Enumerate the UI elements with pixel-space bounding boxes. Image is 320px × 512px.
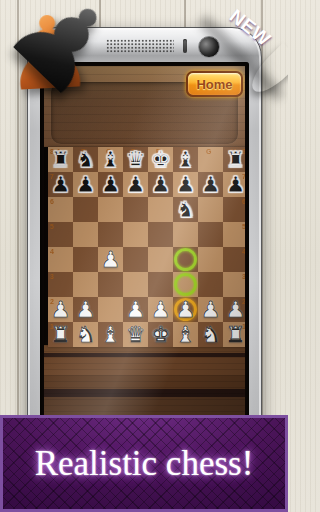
piece-black-knight-f6[interactable]: ♞: [173, 197, 198, 222]
piece-black-pawn-d7[interactable]: ♟: [123, 172, 148, 197]
square-g8[interactable]: G: [198, 147, 223, 172]
square-e6[interactable]: [148, 197, 173, 222]
square-c2[interactable]: [98, 297, 123, 322]
square-c1[interactable]: ♝: [98, 322, 123, 347]
coordinate-label: 4: [242, 248, 245, 255]
coordinate-label: 6: [242, 198, 245, 205]
square-d5[interactable]: [123, 222, 148, 247]
piece-white-bishop-f1[interactable]: ♝: [173, 322, 198, 347]
square-c3[interactable]: [98, 272, 123, 297]
square-f7[interactable]: ♟: [173, 172, 198, 197]
square-f5[interactable]: [173, 222, 198, 247]
square-h8[interactable]: 8H♜: [223, 147, 245, 172]
square-b1[interactable]: ♞: [73, 322, 98, 347]
piece-white-knight-g1[interactable]: ♞: [198, 322, 223, 347]
square-g7[interactable]: ♟: [198, 172, 223, 197]
square-c8[interactable]: C♝: [98, 147, 123, 172]
square-e1[interactable]: ♚: [148, 322, 173, 347]
square-c6[interactable]: [98, 197, 123, 222]
square-d2[interactable]: ♟: [123, 297, 148, 322]
promo-screenshot: { "game": "chess", "ribbon": { "label": …: [0, 0, 288, 512]
piece-black-pawn-c7[interactable]: ♟: [98, 172, 123, 197]
square-e7[interactable]: ♟: [148, 172, 173, 197]
piece-black-rook-a8[interactable]: ♜: [48, 147, 73, 172]
piece-white-pawn-b2[interactable]: ♟: [73, 297, 98, 322]
chess-board[interactable]: 8A♜B♞C♝D♛E♚F♝G8H♜7♟♟♟♟♟♟♟7♟6♞6554♟4332♟♟…: [48, 147, 245, 347]
piece-black-pawn-a7[interactable]: ♟: [48, 172, 73, 197]
piece-white-pawn-a2[interactable]: ♟: [48, 297, 73, 322]
piece-white-knight-b1[interactable]: ♞: [73, 322, 98, 347]
square-g2[interactable]: ♟: [198, 297, 223, 322]
piece-white-pawn-c4[interactable]: ♟: [98, 247, 123, 272]
square-a8[interactable]: 8A♜: [48, 147, 73, 172]
piece-black-pawn-f7[interactable]: ♟: [173, 172, 198, 197]
square-b6[interactable]: [73, 197, 98, 222]
square-d1[interactable]: ♛: [123, 322, 148, 347]
sensor-slot-icon: [183, 39, 187, 53]
square-b3[interactable]: [73, 272, 98, 297]
coordinate-label: 6: [50, 198, 54, 205]
square-b4[interactable]: [73, 247, 98, 272]
square-c5[interactable]: [98, 222, 123, 247]
square-f2[interactable]: ♟: [173, 297, 198, 322]
square-a1[interactable]: 1♜: [48, 322, 73, 347]
piece-white-pawn-d2[interactable]: ♟: [123, 297, 148, 322]
square-g6[interactable]: [198, 197, 223, 222]
square-a4[interactable]: 4: [48, 247, 73, 272]
square-a2[interactable]: 2♟: [48, 297, 73, 322]
piece-white-rook-h1[interactable]: ♜: [223, 322, 245, 347]
square-g1[interactable]: ♞: [198, 322, 223, 347]
square-a5[interactable]: 5: [48, 222, 73, 247]
piece-white-queen-d1[interactable]: ♛: [123, 322, 148, 347]
piece-white-king-e1[interactable]: ♚: [148, 322, 173, 347]
square-h5[interactable]: 5: [223, 222, 245, 247]
square-f6[interactable]: ♞: [173, 197, 198, 222]
piece-black-king-e8[interactable]: ♚: [148, 147, 173, 172]
square-d4[interactable]: [123, 247, 148, 272]
piece-white-pawn-h2[interactable]: ♟: [223, 297, 245, 322]
new-ribbon: NEW: [208, 0, 288, 82]
coordinate-label: 5: [50, 223, 54, 230]
caption-text: Realistic chess!: [35, 444, 254, 484]
square-e8[interactable]: E♚: [148, 147, 173, 172]
square-e2[interactable]: ♟: [148, 297, 173, 322]
piece-black-bishop-f8[interactable]: ♝: [173, 147, 198, 172]
piece-white-bishop-c1[interactable]: ♝: [98, 322, 123, 347]
square-h3[interactable]: 3: [223, 272, 245, 297]
square-d3[interactable]: [123, 272, 148, 297]
coordinate-label: 4: [50, 248, 54, 255]
square-h2[interactable]: 2♟: [223, 297, 245, 322]
square-c7[interactable]: ♟: [98, 172, 123, 197]
speaker-grille-icon: [106, 39, 174, 53]
square-g5[interactable]: [198, 222, 223, 247]
piece-black-pawn-g7[interactable]: ♟: [198, 172, 223, 197]
coordinate-label: G: [206, 148, 211, 155]
coordinate-label: 3: [242, 273, 245, 280]
square-b5[interactable]: [73, 222, 98, 247]
piece-white-pawn-e2[interactable]: ♟: [148, 297, 173, 322]
square-a7[interactable]: 7♟: [48, 172, 73, 197]
piece-white-pawn-f2[interactable]: ♟: [173, 297, 198, 322]
square-f1[interactable]: ♝: [173, 322, 198, 347]
square-h1[interactable]: 1♜: [223, 322, 245, 347]
move-target-highlight[interactable]: [174, 248, 197, 271]
piece-white-pawn-g2[interactable]: ♟: [198, 297, 223, 322]
square-b7[interactable]: ♟: [73, 172, 98, 197]
piece-black-queen-d8[interactable]: ♛: [123, 147, 148, 172]
piece-black-knight-b8[interactable]: ♞: [73, 147, 98, 172]
square-e4[interactable]: [148, 247, 173, 272]
piece-black-pawn-h7[interactable]: ♟: [223, 172, 245, 197]
square-g4[interactable]: [198, 247, 223, 272]
square-f8[interactable]: F♝: [173, 147, 198, 172]
square-d8[interactable]: D♛: [123, 147, 148, 172]
square-c4[interactable]: ♟: [98, 247, 123, 272]
square-f4[interactable]: [173, 247, 198, 272]
piece-black-pawn-b7[interactable]: ♟: [73, 172, 98, 197]
square-b8[interactable]: B♞: [73, 147, 98, 172]
piece-white-rook-a1[interactable]: ♜: [48, 322, 73, 347]
coordinate-label: 3: [50, 273, 54, 280]
square-d7[interactable]: ♟: [123, 172, 148, 197]
piece-black-bishop-c8[interactable]: ♝: [98, 147, 123, 172]
square-h6[interactable]: 6: [223, 197, 245, 222]
square-e3[interactable]: [148, 272, 173, 297]
square-b2[interactable]: ♟: [73, 297, 98, 322]
square-a6[interactable]: 6: [48, 197, 73, 222]
square-d6[interactable]: [123, 197, 148, 222]
piece-black-rook-h8[interactable]: ♜: [223, 147, 245, 172]
square-a3[interactable]: 3: [48, 272, 73, 297]
piece-black-pawn-e7[interactable]: ♟: [148, 172, 173, 197]
square-h7[interactable]: 7♟: [223, 172, 245, 197]
coordinate-label: 5: [242, 223, 245, 230]
caption-banner: Realistic chess!: [0, 415, 288, 512]
square-e5[interactable]: [148, 222, 173, 247]
move-target-highlight[interactable]: [174, 273, 197, 296]
square-f3[interactable]: [173, 272, 198, 297]
square-g3[interactable]: [198, 272, 223, 297]
square-h4[interactable]: 4: [223, 247, 245, 272]
